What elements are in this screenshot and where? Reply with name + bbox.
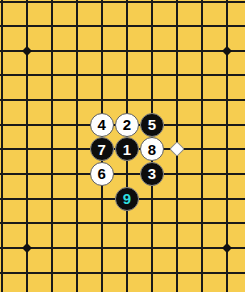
move-number: 6 [98,166,106,181]
move-number: 4 [98,117,106,132]
renju-board[interactable]: 123456789 [0,0,245,292]
grid-horizontal-line [0,74,245,76]
move-number: 2 [123,117,131,132]
star-point [22,243,32,253]
grid-horizontal-line [0,1,245,3]
stone-white-8[interactable]: 8 [140,137,164,161]
stone-black-5[interactable]: 5 [140,113,164,137]
move-number: 9 [123,191,131,206]
stone-white-6[interactable]: 6 [90,162,114,186]
grid-horizontal-line [0,99,245,101]
grid-horizontal-line [0,50,245,52]
grid-horizontal-line [0,222,245,224]
move-number: 1 [123,142,131,157]
stone-black-9[interactable]: 9 [115,187,139,211]
stone-black-3[interactable]: 3 [140,162,164,186]
stone-black-7[interactable]: 7 [90,137,114,161]
stone-white-2[interactable]: 2 [115,113,139,137]
grid-horizontal-line [0,173,245,175]
stone-white-4[interactable]: 4 [90,113,114,137]
move-number: 3 [148,166,156,181]
move-number: 7 [98,142,106,157]
star-point [222,46,232,56]
star-point [22,46,32,56]
move-number: 8 [148,142,156,157]
grid-horizontal-line [0,247,245,249]
grid-horizontal-line [0,272,245,274]
diamond-marker [169,142,185,158]
stone-black-1[interactable]: 1 [115,137,139,161]
move-number: 5 [148,117,156,132]
star-point [222,243,232,253]
grid-horizontal-line [0,25,245,27]
